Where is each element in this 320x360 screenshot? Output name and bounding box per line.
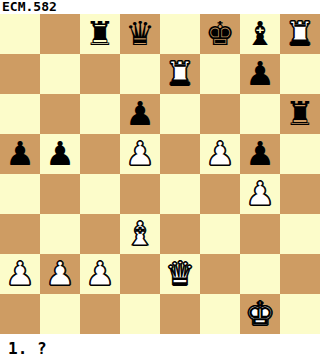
square-c4[interactable]	[80, 174, 120, 214]
square-b4[interactable]	[40, 174, 80, 214]
piece-black-rook: ♜	[85, 14, 115, 54]
square-b6[interactable]	[40, 94, 80, 134]
square-a5[interactable]: ♟	[0, 134, 40, 174]
square-b2[interactable]: ♟	[40, 254, 80, 294]
square-b3[interactable]	[40, 214, 80, 254]
square-e1[interactable]	[160, 294, 200, 334]
square-c1[interactable]	[80, 294, 120, 334]
square-d8[interactable]: ♛	[120, 14, 160, 54]
piece-black-queen: ♛	[125, 14, 155, 54]
square-g8[interactable]: ♝	[240, 14, 280, 54]
square-f4[interactable]	[200, 174, 240, 214]
square-d7[interactable]	[120, 54, 160, 94]
piece-white-rook: ♜	[285, 14, 315, 54]
square-c5[interactable]	[80, 134, 120, 174]
square-g3[interactable]	[240, 214, 280, 254]
square-a4[interactable]	[0, 174, 40, 214]
square-f5[interactable]: ♟	[200, 134, 240, 174]
square-a6[interactable]	[0, 94, 40, 134]
piece-white-pawn: ♟	[5, 254, 35, 294]
square-c7[interactable]	[80, 54, 120, 94]
square-e2[interactable]: ♛	[160, 254, 200, 294]
piece-black-pawn: ♟	[5, 134, 35, 174]
square-e3[interactable]	[160, 214, 200, 254]
square-h3[interactable]	[280, 214, 320, 254]
square-a1[interactable]	[0, 294, 40, 334]
square-b5[interactable]: ♟	[40, 134, 80, 174]
square-e7[interactable]: ♜	[160, 54, 200, 94]
square-d1[interactable]	[120, 294, 160, 334]
square-h6[interactable]: ♜	[280, 94, 320, 134]
piece-white-pawn: ♟	[45, 254, 75, 294]
square-a3[interactable]	[0, 214, 40, 254]
piece-white-bishop: ♝	[125, 214, 155, 254]
piece-black-rook: ♜	[285, 94, 315, 134]
square-h5[interactable]	[280, 134, 320, 174]
square-e4[interactable]	[160, 174, 200, 214]
square-h8[interactable]: ♜	[280, 14, 320, 54]
square-c3[interactable]	[80, 214, 120, 254]
square-g4[interactable]: ♟	[240, 174, 280, 214]
square-h1[interactable]	[280, 294, 320, 334]
square-e5[interactable]	[160, 134, 200, 174]
square-h2[interactable]	[280, 254, 320, 294]
square-f2[interactable]	[200, 254, 240, 294]
square-f7[interactable]	[200, 54, 240, 94]
piece-black-pawn: ♟	[245, 54, 275, 94]
square-g7[interactable]: ♟	[240, 54, 280, 94]
piece-white-pawn: ♟	[125, 134, 155, 174]
square-e8[interactable]	[160, 14, 200, 54]
square-c6[interactable]	[80, 94, 120, 134]
piece-white-pawn: ♟	[245, 174, 275, 214]
square-a7[interactable]	[0, 54, 40, 94]
square-b8[interactable]	[40, 14, 80, 54]
square-f6[interactable]	[200, 94, 240, 134]
square-d2[interactable]	[120, 254, 160, 294]
square-e6[interactable]	[160, 94, 200, 134]
square-h4[interactable]	[280, 174, 320, 214]
square-b1[interactable]	[40, 294, 80, 334]
chess-diagram-window: ECM.582 ♜♛♚♝♜♜♟♟♜♟♟♟♟♟♟♝♟♟♟♛♚ 1. ?	[0, 0, 320, 360]
move-prompt: 1. ?	[0, 334, 320, 360]
square-a2[interactable]: ♟	[0, 254, 40, 294]
square-c2[interactable]: ♟	[80, 254, 120, 294]
piece-white-pawn: ♟	[85, 254, 115, 294]
piece-black-pawn: ♟	[245, 134, 275, 174]
piece-white-king: ♚	[245, 294, 275, 334]
square-d4[interactable]	[120, 174, 160, 214]
square-b7[interactable]	[40, 54, 80, 94]
square-f3[interactable]	[200, 214, 240, 254]
piece-black-pawn: ♟	[45, 134, 75, 174]
diagram-title: ECM.582	[0, 0, 320, 14]
square-d3[interactable]: ♝	[120, 214, 160, 254]
chess-board: ♜♛♚♝♜♜♟♟♜♟♟♟♟♟♟♝♟♟♟♛♚	[0, 14, 320, 334]
piece-white-queen: ♛	[165, 254, 195, 294]
piece-white-pawn: ♟	[205, 134, 235, 174]
square-g2[interactable]	[240, 254, 280, 294]
square-a8[interactable]	[0, 14, 40, 54]
piece-white-rook: ♜	[165, 54, 195, 94]
square-g5[interactable]: ♟	[240, 134, 280, 174]
square-g1[interactable]: ♚	[240, 294, 280, 334]
piece-black-king: ♚	[205, 14, 235, 54]
piece-black-bishop: ♝	[245, 14, 275, 54]
square-d5[interactable]: ♟	[120, 134, 160, 174]
square-d6[interactable]: ♟	[120, 94, 160, 134]
square-h7[interactable]	[280, 54, 320, 94]
square-c8[interactable]: ♜	[80, 14, 120, 54]
square-f1[interactable]	[200, 294, 240, 334]
square-g6[interactable]	[240, 94, 280, 134]
piece-black-pawn: ♟	[125, 94, 155, 134]
square-f8[interactable]: ♚	[200, 14, 240, 54]
